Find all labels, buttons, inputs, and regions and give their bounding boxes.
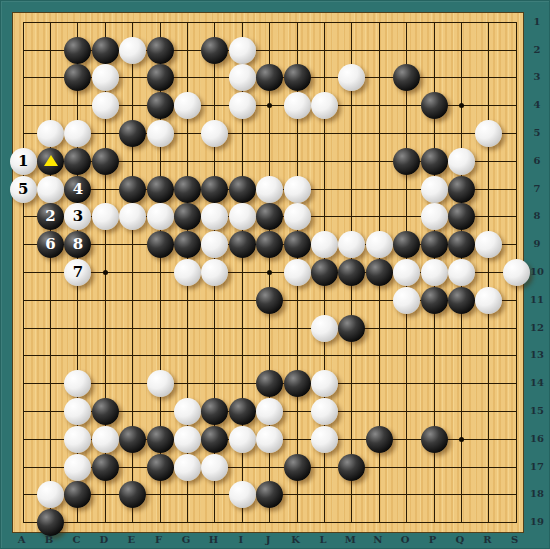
column-label: L (314, 534, 332, 545)
white-stone[interactable] (147, 370, 174, 397)
triangle-mark-icon (44, 155, 58, 166)
white-stone[interactable] (229, 481, 256, 508)
white-stone[interactable] (201, 231, 228, 258)
white-stone[interactable] (421, 176, 448, 203)
star-point (459, 437, 464, 442)
black-stone[interactable] (448, 231, 475, 258)
grid-line-horizontal (23, 355, 517, 356)
white-stone[interactable] (475, 231, 502, 258)
white-stone[interactable] (37, 481, 64, 508)
black-stone[interactable] (284, 454, 311, 481)
black-stone[interactable] (448, 176, 475, 203)
white-stone[interactable]: 7 (64, 259, 91, 286)
white-stone[interactable] (421, 203, 448, 230)
black-stone[interactable] (119, 176, 146, 203)
black-stone[interactable] (338, 454, 365, 481)
black-stone[interactable] (421, 426, 448, 453)
black-stone[interactable] (256, 370, 283, 397)
white-stone[interactable] (256, 426, 283, 453)
black-stone[interactable] (338, 259, 365, 286)
white-stone[interactable] (393, 259, 420, 286)
black-stone[interactable] (393, 64, 420, 91)
row-label: 3 (524, 71, 550, 82)
row-label: 15 (524, 405, 550, 416)
go-board[interactable]: 15423687 (12, 12, 524, 533)
white-stone[interactable] (92, 203, 119, 230)
column-label: Q (451, 534, 469, 545)
black-stone[interactable]: 2 (37, 203, 64, 230)
column-label: I (232, 534, 250, 545)
white-stone[interactable] (311, 398, 338, 425)
black-stone[interactable] (421, 92, 448, 119)
black-stone[interactable] (119, 120, 146, 147)
black-stone[interactable] (421, 148, 448, 175)
black-stone[interactable] (256, 64, 283, 91)
star-point (103, 270, 108, 275)
white-stone[interactable] (147, 203, 174, 230)
white-stone[interactable] (311, 92, 338, 119)
black-stone[interactable] (448, 287, 475, 314)
white-stone[interactable] (256, 176, 283, 203)
column-label: H (204, 534, 222, 545)
row-label: 16 (524, 433, 550, 444)
column-label: B (40, 534, 58, 545)
white-stone[interactable] (393, 287, 420, 314)
white-stone[interactable] (311, 231, 338, 258)
white-stone[interactable] (64, 454, 91, 481)
white-stone[interactable]: 3 (64, 203, 91, 230)
row-label: 18 (524, 488, 550, 499)
black-stone[interactable]: 6 (37, 231, 64, 258)
black-stone[interactable] (256, 481, 283, 508)
black-stone[interactable] (92, 148, 119, 175)
column-label: O (396, 534, 414, 545)
black-stone[interactable] (256, 287, 283, 314)
white-stone[interactable] (475, 120, 502, 147)
black-stone[interactable] (37, 148, 64, 175)
white-stone[interactable] (284, 176, 311, 203)
black-stone[interactable] (201, 426, 228, 453)
black-stone[interactable] (119, 426, 146, 453)
black-stone[interactable] (229, 231, 256, 258)
black-stone[interactable] (64, 64, 91, 91)
star-point (459, 103, 464, 108)
white-stone[interactable] (284, 259, 311, 286)
black-stone[interactable] (147, 64, 174, 91)
black-stone[interactable] (284, 64, 311, 91)
black-stone[interactable] (201, 37, 228, 64)
black-stone[interactable] (366, 426, 393, 453)
black-stone[interactable] (393, 231, 420, 258)
row-label: 2 (524, 44, 550, 55)
column-label: F (150, 534, 168, 545)
black-stone[interactable] (37, 509, 64, 536)
row-label: 19 (524, 516, 550, 527)
white-stone[interactable] (229, 92, 256, 119)
row-label: 8 (524, 210, 550, 221)
black-stone[interactable] (201, 176, 228, 203)
row-label: 5 (524, 127, 550, 138)
column-label: G (177, 534, 195, 545)
black-stone[interactable] (147, 37, 174, 64)
white-stone[interactable] (119, 37, 146, 64)
white-stone[interactable] (174, 426, 201, 453)
go-diagram: 15423687 ABCDEFGHIJKLMNOPQRS123456789101… (0, 0, 550, 549)
row-label: 4 (524, 99, 550, 110)
white-stone[interactable] (174, 92, 201, 119)
black-stone[interactable] (256, 203, 283, 230)
black-stone[interactable] (421, 287, 448, 314)
move-number-label: 1 (18, 148, 28, 175)
white-stone[interactable] (229, 37, 256, 64)
black-stone[interactable] (229, 398, 256, 425)
white-stone[interactable] (119, 203, 146, 230)
white-stone[interactable] (64, 398, 91, 425)
white-stone[interactable] (64, 426, 91, 453)
grid-line-horizontal (23, 328, 517, 329)
black-stone[interactable] (64, 481, 91, 508)
column-label: N (369, 534, 387, 545)
white-stone[interactable] (311, 315, 338, 342)
row-label: 17 (524, 461, 550, 472)
white-stone[interactable] (37, 120, 64, 147)
star-point (267, 270, 272, 275)
black-stone[interactable] (448, 203, 475, 230)
row-label: 9 (524, 238, 550, 249)
black-stone[interactable] (119, 481, 146, 508)
white-stone[interactable] (37, 176, 64, 203)
black-stone[interactable] (174, 231, 201, 258)
move-number-label: 3 (73, 203, 83, 230)
black-stone[interactable] (147, 454, 174, 481)
white-stone[interactable] (448, 148, 475, 175)
white-stone[interactable] (201, 259, 228, 286)
black-stone[interactable] (147, 176, 174, 203)
row-label: 12 (524, 322, 550, 333)
white-stone[interactable] (311, 370, 338, 397)
white-stone[interactable] (311, 426, 338, 453)
black-stone[interactable] (92, 454, 119, 481)
black-stone[interactable]: 4 (64, 176, 91, 203)
black-stone[interactable] (229, 176, 256, 203)
black-stone[interactable] (147, 426, 174, 453)
black-stone[interactable] (147, 231, 174, 258)
move-number-label: 8 (73, 231, 83, 258)
move-number-label: 6 (45, 231, 55, 258)
move-number-label: 4 (73, 176, 83, 203)
row-label: 7 (524, 183, 550, 194)
black-stone[interactable] (174, 203, 201, 230)
white-stone[interactable] (284, 203, 311, 230)
white-stone[interactable] (338, 231, 365, 258)
column-label: M (341, 534, 359, 545)
black-stone[interactable] (338, 315, 365, 342)
column-label: S (506, 534, 524, 545)
column-label: C (67, 534, 85, 545)
column-label: K (287, 534, 305, 545)
black-stone[interactable] (64, 148, 91, 175)
column-label: J (259, 534, 277, 545)
white-stone[interactable] (174, 454, 201, 481)
column-label: R (478, 534, 496, 545)
column-label: E (122, 534, 140, 545)
column-label: A (13, 534, 31, 545)
row-label: 14 (524, 377, 550, 388)
row-label: 13 (524, 349, 550, 360)
black-stone[interactable] (147, 92, 174, 119)
white-stone[interactable] (284, 92, 311, 119)
white-stone[interactable] (147, 120, 174, 147)
column-label: D (95, 534, 113, 545)
black-stone[interactable] (366, 259, 393, 286)
star-point (267, 103, 272, 108)
black-stone[interactable] (92, 37, 119, 64)
white-stone[interactable] (229, 426, 256, 453)
white-stone[interactable] (366, 231, 393, 258)
white-stone[interactable] (229, 203, 256, 230)
row-label: 6 (524, 155, 550, 166)
white-stone[interactable] (92, 92, 119, 119)
black-stone[interactable] (284, 231, 311, 258)
move-number-label: 2 (45, 203, 55, 230)
black-stone[interactable] (64, 37, 91, 64)
white-stone[interactable] (201, 203, 228, 230)
white-stone[interactable] (201, 120, 228, 147)
black-stone[interactable] (311, 259, 338, 286)
black-stone[interactable] (174, 176, 201, 203)
white-stone[interactable] (475, 287, 502, 314)
black-stone[interactable] (284, 370, 311, 397)
row-label: 1 (524, 16, 550, 27)
white-stone[interactable] (174, 398, 201, 425)
move-number-label: 7 (73, 259, 83, 286)
move-number-label: 5 (18, 176, 28, 203)
white-stone[interactable] (201, 454, 228, 481)
row-label: 10 (524, 266, 550, 277)
white-stone[interactable] (64, 370, 91, 397)
white-stone[interactable]: 5 (10, 176, 37, 203)
white-stone[interactable] (421, 259, 448, 286)
white-stone[interactable] (338, 64, 365, 91)
white-stone[interactable] (448, 259, 475, 286)
white-stone[interactable] (174, 259, 201, 286)
black-stone[interactable] (421, 231, 448, 258)
white-stone[interactable] (92, 426, 119, 453)
grid-line-horizontal (23, 522, 517, 523)
black-stone[interactable] (201, 398, 228, 425)
column-label: P (424, 534, 442, 545)
white-stone[interactable] (64, 120, 91, 147)
black-stone[interactable] (256, 231, 283, 258)
black-stone[interactable] (92, 398, 119, 425)
white-stone[interactable] (229, 64, 256, 91)
black-stone[interactable]: 8 (64, 231, 91, 258)
white-stone[interactable] (92, 64, 119, 91)
white-stone[interactable]: 1 (10, 148, 37, 175)
grid-line-vertical (488, 22, 489, 522)
black-stone[interactable] (393, 148, 420, 175)
white-stone[interactable] (256, 398, 283, 425)
row-label: 11 (524, 294, 550, 305)
